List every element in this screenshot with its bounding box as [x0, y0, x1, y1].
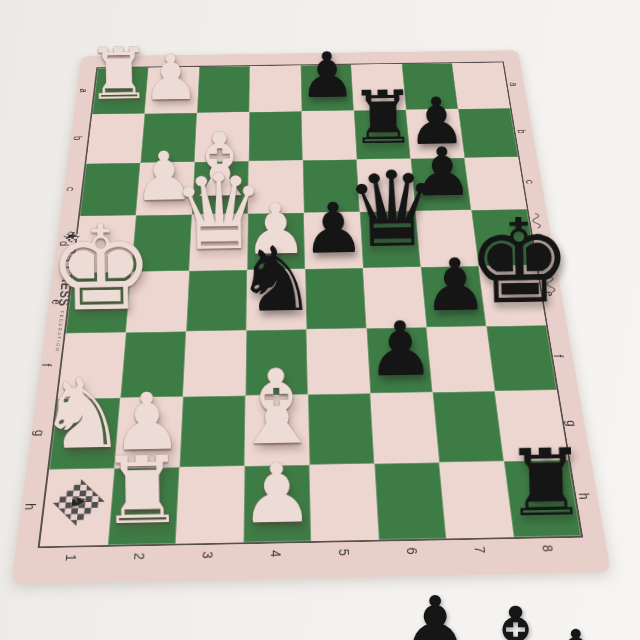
square-b3 — [195, 112, 250, 162]
chess-board: ♞ US CHESS FEDERATION ♞ aabbccddeeffgghh… — [11, 50, 611, 584]
square-e8 — [479, 265, 547, 326]
row-label-left-f: f — [40, 364, 53, 367]
square-f2 — [120, 331, 186, 397]
square-d4 — [247, 213, 305, 270]
photo-scene: ♞ US CHESS FEDERATION ♞ aabbccddeeffgghh… — [0, 0, 640, 640]
square-e4 — [246, 269, 306, 330]
square-a5 — [301, 65, 354, 112]
square-h5 — [309, 464, 378, 542]
square-c4 — [248, 160, 304, 213]
square-a3 — [197, 66, 250, 113]
row-label-left-d: d — [58, 241, 70, 246]
square-c8 — [464, 157, 526, 210]
square-h7 — [439, 461, 514, 538]
square-e7 — [421, 266, 487, 327]
col-label-8: 8 — [540, 545, 555, 552]
square-f3 — [183, 330, 246, 396]
captured-black-pawn: ♟ — [402, 586, 468, 640]
col-label-2: 2 — [132, 553, 146, 560]
row-label-left-g: g — [33, 430, 47, 436]
row-label-left-h: h — [23, 503, 37, 510]
square-f5 — [306, 328, 370, 394]
square-f4 — [245, 329, 307, 395]
square-h3 — [176, 466, 245, 544]
square-e6 — [363, 267, 426, 328]
square-h8 — [504, 460, 581, 537]
row-label-left-e: e — [50, 299, 63, 305]
square-c3 — [192, 161, 249, 214]
row-label-right-g: g — [565, 420, 579, 426]
square-g1 — [49, 398, 120, 470]
square-b1 — [86, 114, 144, 164]
square-c1 — [80, 163, 141, 216]
square-c5 — [303, 159, 360, 212]
square-d5 — [304, 212, 363, 269]
pen-scribble — [530, 212, 544, 230]
square-d7 — [416, 210, 479, 267]
square-f7 — [426, 326, 494, 392]
square-g5 — [308, 393, 374, 464]
row-label-right-h: h — [577, 493, 592, 500]
square-a6 — [351, 64, 406, 111]
square-e2 — [126, 271, 189, 333]
square-a7 — [402, 63, 458, 110]
square-g2 — [114, 397, 183, 469]
square-g4 — [245, 394, 310, 466]
square-d6 — [360, 211, 421, 268]
row-label-right-a: a — [508, 82, 519, 86]
square-f1 — [58, 332, 126, 398]
square-b6 — [354, 110, 411, 160]
square-g7 — [433, 391, 504, 462]
square-c2 — [136, 162, 195, 215]
row-label-right-b: b — [516, 129, 527, 133]
square-b5 — [302, 110, 357, 160]
square-h4 — [243, 465, 311, 543]
row-label-right-f: f — [552, 355, 565, 358]
square-d2 — [131, 214, 192, 271]
square-a4 — [249, 65, 301, 112]
square-c7 — [411, 158, 472, 211]
square-f8 — [486, 325, 557, 391]
square-f6 — [366, 327, 432, 393]
square-b2 — [140, 113, 197, 163]
square-d8 — [471, 209, 536, 266]
square-b7 — [406, 109, 464, 159]
captured-black-pawn: ♟ — [548, 622, 604, 640]
square-h6 — [374, 462, 446, 539]
row-label-left-c: c — [65, 187, 77, 191]
square-e3 — [186, 270, 247, 332]
row-label-right-c: c — [524, 180, 536, 184]
row-label-right-d: d — [533, 233, 545, 238]
square-a8 — [452, 62, 510, 109]
square-d1 — [73, 215, 136, 272]
square-g6 — [370, 392, 439, 463]
row-label-left-a: a — [78, 88, 89, 92]
captured-black-bishop: ♝ — [478, 596, 553, 640]
square-b8 — [458, 108, 518, 158]
col-label-7: 7 — [472, 546, 487, 553]
col-label-5: 5 — [336, 549, 350, 556]
col-label-6: 6 — [404, 547, 418, 554]
board-grid — [40, 62, 581, 546]
square-g3 — [179, 396, 245, 468]
square-g8 — [495, 390, 569, 461]
square-h2 — [108, 467, 180, 545]
square-a1 — [92, 68, 148, 115]
col-label-4: 4 — [268, 550, 282, 557]
square-a2 — [145, 67, 200, 114]
col-label-1: 1 — [63, 554, 78, 561]
square-e5 — [305, 268, 366, 329]
square-b4 — [249, 111, 303, 161]
row-label-left-b: b — [72, 136, 83, 141]
row-label-right-e: e — [543, 291, 556, 297]
square-c6 — [357, 159, 416, 212]
square-d3 — [189, 214, 248, 271]
col-label-3: 3 — [200, 551, 214, 558]
